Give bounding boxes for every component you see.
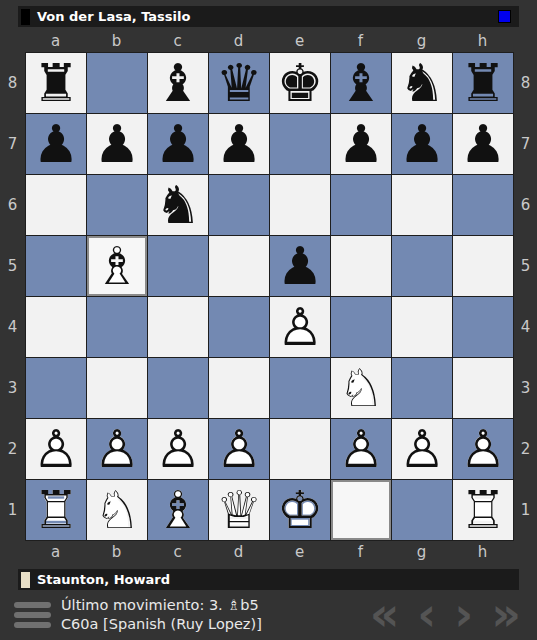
white-player-color-swatch [21, 572, 30, 588]
square-h3[interactable] [453, 358, 513, 418]
opening-text: C60a [Spanish (Ruy Lopez)] [61, 615, 262, 634]
piece-white-rook[interactable]: ♜♖ [26, 480, 86, 540]
square-f7[interactable]: ♟ [331, 114, 391, 174]
move-navigation: « ‹ › » [368, 596, 523, 633]
rank-label-6: 6 [0, 174, 25, 235]
engine-status-indicator [498, 10, 511, 23]
black-piece-fill: ♟ [87, 114, 147, 174]
square-b6[interactable] [87, 175, 147, 235]
square-b1[interactable]: ♞♘ [87, 480, 147, 540]
piece-black-rook[interactable]: ♜ [453, 53, 513, 113]
piece-white-knight[interactable]: ♞♘ [87, 480, 147, 540]
rank-label-1: 1 [0, 479, 25, 540]
white-piece-outline: ♖ [26, 480, 86, 540]
piece-black-bishop[interactable]: ♝ [331, 53, 391, 113]
white-piece-outline: ♙ [331, 419, 391, 479]
file-label-a: a [25, 32, 86, 50]
white-piece-outline: ♙ [453, 419, 513, 479]
square-g2[interactable]: ♟♙ [392, 419, 452, 479]
white-piece-outline: ♘ [87, 480, 147, 540]
white-piece-outline: ♔ [270, 480, 330, 540]
piece-black-pawn[interactable]: ♟ [392, 114, 452, 174]
piece-black-pawn[interactable]: ♟ [148, 114, 208, 174]
black-piece-fill: ♜ [453, 53, 513, 113]
square-b5[interactable]: ♝♗ [87, 236, 147, 296]
rank-label-1: 1 [514, 479, 537, 540]
square-c2[interactable]: ♟♙ [148, 419, 208, 479]
square-g3[interactable] [392, 358, 452, 418]
square-b4[interactable] [87, 297, 147, 357]
rank-label-7: 7 [514, 113, 537, 174]
previous-move-button[interactable]: ‹ [415, 596, 438, 633]
piece-white-knight[interactable]: ♞♘ [331, 358, 391, 418]
square-a8[interactable]: ♜ [26, 53, 86, 113]
square-f5[interactable] [331, 236, 391, 296]
square-c8[interactable]: ♝ [148, 53, 208, 113]
white-piece-outline: ♘ [331, 358, 391, 418]
file-label-b: b [86, 32, 147, 50]
square-a6[interactable] [26, 175, 86, 235]
square-c6[interactable]: ♞ [148, 175, 208, 235]
file-label-d: d [208, 543, 269, 561]
piece-black-pawn[interactable]: ♟ [453, 114, 513, 174]
next-move-button[interactable]: › [452, 596, 475, 633]
square-d7[interactable]: ♟ [209, 114, 269, 174]
menu-bar-line [14, 622, 51, 628]
square-c4[interactable] [148, 297, 208, 357]
file-label-f: f [330, 543, 391, 561]
square-f3[interactable]: ♞♘ [331, 358, 391, 418]
piece-black-knight[interactable]: ♞ [148, 175, 208, 235]
square-d1[interactable]: ♛♕ [209, 480, 269, 540]
file-label-d: d [208, 32, 269, 50]
white-piece-outline: ♙ [148, 419, 208, 479]
square-g5[interactable] [392, 236, 452, 296]
white-piece-outline: ♙ [209, 419, 269, 479]
piece-white-pawn[interactable]: ♟♙ [331, 419, 391, 479]
black-piece-fill: ♟ [453, 114, 513, 174]
piece-white-pawn[interactable]: ♟♙ [87, 419, 147, 479]
square-e1[interactable]: ♚♔ [270, 480, 330, 540]
rank-label-6: 6 [514, 174, 537, 235]
square-a7[interactable]: ♟ [26, 114, 86, 174]
square-a1[interactable]: ♜♖ [26, 480, 86, 540]
file-label-c: c [147, 32, 208, 50]
square-h2[interactable]: ♟♙ [453, 419, 513, 479]
white-piece-outline: ♗ [87, 236, 147, 296]
black-piece-fill: ♟ [270, 236, 330, 296]
black-piece-fill: ♛ [209, 53, 269, 113]
black-piece-fill: ♞ [392, 53, 452, 113]
black-piece-fill: ♞ [148, 175, 208, 235]
bottom-player-name: Staunton, Howard [37, 572, 170, 587]
rank-labels-left: 87654321 [0, 52, 25, 541]
piece-white-king[interactable]: ♚♔ [270, 480, 330, 540]
rank-label-2: 2 [0, 418, 25, 479]
square-c5[interactable] [148, 236, 208, 296]
white-piece-outline: ♖ [453, 480, 513, 540]
square-f2[interactable]: ♟♙ [331, 419, 391, 479]
square-g8[interactable]: ♞ [392, 53, 452, 113]
square-h6[interactable] [453, 175, 513, 235]
square-a2[interactable]: ♟♙ [26, 419, 86, 479]
file-label-e: e [269, 543, 330, 561]
square-d2[interactable]: ♟♙ [209, 419, 269, 479]
rank-label-5: 5 [0, 235, 25, 296]
white-piece-outline: ♙ [87, 419, 147, 479]
rank-label-2: 2 [514, 418, 537, 479]
piece-white-pawn[interactable]: ♟♙ [270, 297, 330, 357]
last-move-button[interactable]: » [489, 596, 523, 633]
footer: Último movimiento: 3. ♗b5 C60a [Spanish … [14, 596, 523, 633]
black-piece-fill: ♟ [26, 114, 86, 174]
menu-bar-line [14, 602, 51, 608]
file-label-a: a [25, 543, 86, 561]
rank-label-4: 4 [0, 296, 25, 357]
rank-label-8: 8 [0, 52, 25, 113]
piece-white-pawn[interactable]: ♟♙ [453, 419, 513, 479]
square-g6[interactable] [392, 175, 452, 235]
piece-white-bishop[interactable]: ♝♗ [87, 236, 147, 296]
piece-white-queen[interactable]: ♛♕ [209, 480, 269, 540]
square-c3[interactable] [148, 358, 208, 418]
chess-board[interactable]: ♜♝♛♚♝♞♜♟♟♟♟♟♟♟♞♝♗♟♟♙♞♘♟♙♟♙♟♙♟♙♟♙♟♙♟♙♜♖♞♘… [25, 52, 514, 541]
file-label-b: b [86, 543, 147, 561]
file-label-h: h [452, 543, 513, 561]
board-area: 87654321 ♜♝♛♚♝♞♜♟♟♟♟♟♟♟♞♝♗♟♟♙♞♘♟♙♟♙♟♙♟♙♟… [0, 52, 537, 541]
file-label-e: e [269, 32, 330, 50]
black-piece-fill: ♟ [209, 114, 269, 174]
square-e4[interactable]: ♟♙ [270, 297, 330, 357]
piece-black-queen[interactable]: ♛ [209, 53, 269, 113]
square-h4[interactable] [453, 297, 513, 357]
menu-icon[interactable] [14, 602, 51, 628]
first-move-button[interactable]: « [368, 596, 402, 633]
square-b8[interactable] [87, 53, 147, 113]
square-f4[interactable] [331, 297, 391, 357]
square-e3[interactable] [270, 358, 330, 418]
black-piece-fill: ♟ [331, 114, 391, 174]
square-d6[interactable] [209, 175, 269, 235]
square-g4[interactable] [392, 297, 452, 357]
white-piece-outline: ♙ [270, 297, 330, 357]
square-h5[interactable] [453, 236, 513, 296]
square-a5[interactable] [26, 236, 86, 296]
square-d3[interactable] [209, 358, 269, 418]
square-e6[interactable] [270, 175, 330, 235]
white-piece-outline: ♙ [26, 419, 86, 479]
piece-black-pawn[interactable]: ♟ [87, 114, 147, 174]
rank-label-7: 7 [0, 113, 25, 174]
square-h8[interactable]: ♜ [453, 53, 513, 113]
file-labels-bottom: abcdefgh [0, 541, 537, 562]
square-b2[interactable]: ♟♙ [87, 419, 147, 479]
square-d4[interactable] [209, 297, 269, 357]
white-piece-outline: ♙ [392, 419, 452, 479]
square-b7[interactable]: ♟ [87, 114, 147, 174]
square-f8[interactable]: ♝ [331, 53, 391, 113]
black-piece-fill: ♜ [26, 53, 86, 113]
rank-label-3: 3 [514, 357, 537, 418]
piece-white-pawn[interactable]: ♟♙ [26, 419, 86, 479]
black-piece-fill: ♚ [270, 53, 330, 113]
piece-white-pawn[interactable]: ♟♙ [209, 419, 269, 479]
piece-white-bishop[interactable]: ♝♗ [148, 480, 208, 540]
file-label-g: g [391, 543, 452, 561]
square-d5[interactable] [209, 236, 269, 296]
file-label-f: f [330, 32, 391, 50]
square-g1[interactable] [392, 480, 452, 540]
file-label-g: g [391, 32, 452, 50]
last-move-text: Último movimiento: 3. ♗b5 [61, 596, 262, 615]
piece-black-king[interactable]: ♚ [270, 53, 330, 113]
square-e8[interactable]: ♚ [270, 53, 330, 113]
piece-black-pawn[interactable]: ♟ [331, 114, 391, 174]
bottom-player-bar: Staunton, Howard [18, 569, 519, 590]
square-c7[interactable]: ♟ [148, 114, 208, 174]
piece-black-pawn[interactable]: ♟ [209, 114, 269, 174]
black-piece-fill: ♝ [331, 53, 391, 113]
piece-white-pawn[interactable]: ♟♙ [148, 419, 208, 479]
square-f1[interactable] [331, 480, 391, 540]
square-g7[interactable]: ♟ [392, 114, 452, 174]
black-piece-fill: ♟ [148, 114, 208, 174]
file-label-h: h [452, 32, 513, 50]
square-f6[interactable] [331, 175, 391, 235]
rank-label-5: 5 [514, 235, 537, 296]
square-a4[interactable] [26, 297, 86, 357]
black-piece-fill: ♟ [392, 114, 452, 174]
black-player-color-swatch [21, 9, 30, 25]
square-h1[interactable]: ♜♖ [453, 480, 513, 540]
piece-black-bishop[interactable]: ♝ [148, 53, 208, 113]
piece-black-knight[interactable]: ♞ [392, 53, 452, 113]
square-c1[interactable]: ♝♗ [148, 480, 208, 540]
square-e5[interactable]: ♟ [270, 236, 330, 296]
file-labels-top: abcdefgh [0, 30, 537, 52]
square-e2[interactable] [270, 419, 330, 479]
square-h7[interactable]: ♟ [453, 114, 513, 174]
top-player-name: Von der Lasa, Tassilo [37, 9, 190, 24]
piece-white-pawn[interactable]: ♟♙ [392, 419, 452, 479]
square-a3[interactable] [26, 358, 86, 418]
menu-bar-line [14, 612, 51, 618]
square-d8[interactable]: ♛ [209, 53, 269, 113]
piece-white-rook[interactable]: ♜♖ [453, 480, 513, 540]
rank-label-4: 4 [514, 296, 537, 357]
file-label-c: c [147, 543, 208, 561]
piece-black-pawn[interactable]: ♟ [270, 236, 330, 296]
square-b3[interactable] [87, 358, 147, 418]
piece-black-pawn[interactable]: ♟ [26, 114, 86, 174]
move-info: Último movimiento: 3. ♗b5 C60a [Spanish … [61, 596, 262, 633]
black-piece-fill: ♝ [148, 53, 208, 113]
rank-label-8: 8 [514, 52, 537, 113]
rank-labels-right: 87654321 [514, 52, 537, 541]
white-piece-outline: ♕ [209, 480, 269, 540]
top-player-bar: Von der Lasa, Tassilo [18, 6, 519, 27]
piece-black-rook[interactable]: ♜ [26, 53, 86, 113]
white-piece-outline: ♗ [148, 480, 208, 540]
square-e7[interactable] [270, 114, 330, 174]
rank-label-3: 3 [0, 357, 25, 418]
